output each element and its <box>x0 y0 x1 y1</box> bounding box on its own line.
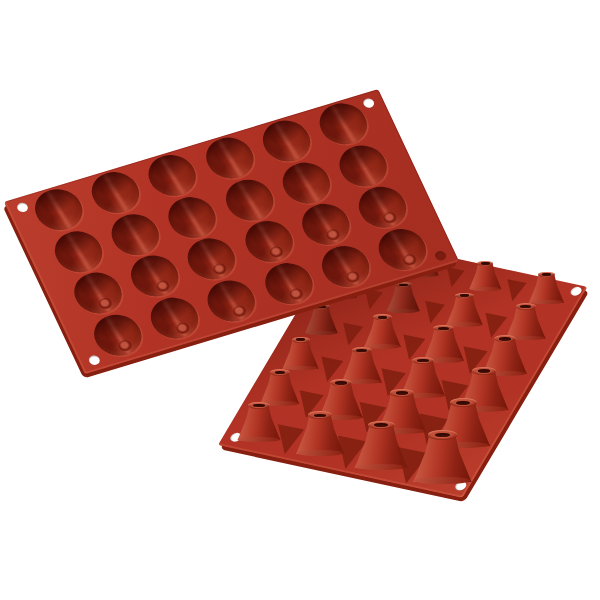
cavity-tip-ring <box>325 228 343 242</box>
cone-cavity <box>142 149 204 201</box>
cavity-tip-ring <box>345 270 363 284</box>
cone-cavity <box>352 181 414 233</box>
cone-bump <box>469 261 501 290</box>
hanging-hole <box>362 97 376 109</box>
cone-bump <box>446 293 483 325</box>
cone-cavity <box>181 233 243 285</box>
cone-tip-hole <box>438 327 449 330</box>
cone-bump <box>423 325 464 361</box>
cone-bump <box>387 282 420 311</box>
cone-bump <box>506 303 546 338</box>
cone-cavity <box>104 208 166 260</box>
cavity-tip-ring <box>154 279 172 293</box>
cone-base <box>306 331 338 335</box>
product-photo <box>0 0 600 600</box>
cavity-tip-ring <box>402 252 420 266</box>
cone-bump <box>260 369 300 404</box>
cone-cavity <box>198 132 260 184</box>
cone-cavity <box>201 275 263 327</box>
cone-cavity <box>295 199 357 251</box>
cone-bump <box>364 314 401 347</box>
cavity-tip-ring <box>288 287 306 301</box>
cone-base <box>470 287 501 291</box>
cone-tip-hole <box>356 349 367 352</box>
cone-bump <box>237 402 280 440</box>
cone-cavity <box>314 240 376 292</box>
cone-bump <box>341 347 382 383</box>
cavity-tip-ring <box>117 338 135 352</box>
cone-cavity <box>238 216 300 268</box>
cone-cavity <box>144 292 206 344</box>
cone-cavity <box>275 157 337 209</box>
cone-cavity <box>255 115 317 167</box>
cone-cavity <box>28 184 90 236</box>
cone-cavity <box>371 223 433 275</box>
cone-bump <box>529 272 565 303</box>
cone-cavity <box>87 309 149 361</box>
cone-tip-hole <box>499 337 511 341</box>
cone-cavity <box>332 140 394 192</box>
cone-tip-hole <box>399 284 408 287</box>
cavity-tip-ring <box>211 262 229 276</box>
hanging-hole <box>87 354 101 366</box>
cavity-tip-ring <box>97 296 115 310</box>
cone-cavity <box>218 174 280 226</box>
hanging-hole <box>434 250 448 262</box>
cone-cavity <box>67 267 129 319</box>
cavity-tip-ring <box>268 245 286 259</box>
cavity-tip-ring <box>382 211 400 225</box>
cone-bump <box>413 430 472 482</box>
cone-tip-hole <box>335 381 347 385</box>
cavity-tip-ring <box>174 321 192 335</box>
cone-base <box>387 309 419 313</box>
cone-cavity <box>161 191 223 243</box>
cone-bump <box>282 337 318 369</box>
hanging-hole <box>15 202 29 214</box>
cone-tip-hole <box>542 273 551 276</box>
hanging-hole <box>569 286 584 297</box>
cavity-tip-ring <box>231 304 249 318</box>
cone-tip-hole <box>378 316 388 319</box>
cone-bump <box>354 421 408 468</box>
cone-base <box>238 437 279 442</box>
cone-bump <box>296 411 344 454</box>
cone-tip-hole <box>396 391 409 395</box>
cone-cavity <box>47 225 109 277</box>
cone-cavity <box>124 250 186 302</box>
cone-cavity <box>257 258 319 310</box>
cone-tip-hole <box>478 369 491 373</box>
cone-tip-hole <box>481 262 489 265</box>
cone-cavity <box>85 166 147 218</box>
